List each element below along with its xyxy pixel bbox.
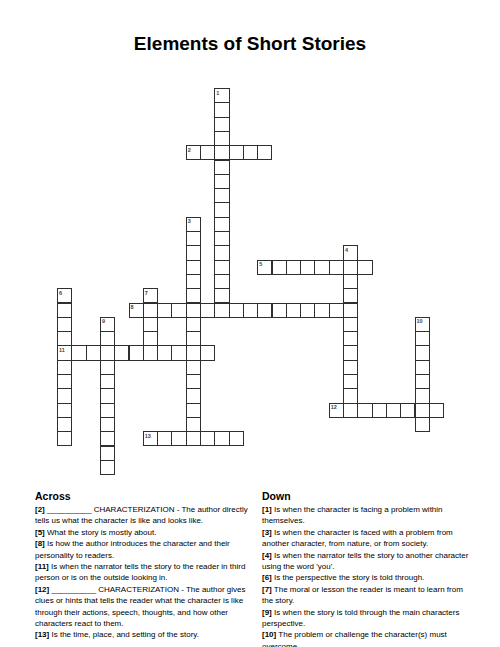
grid-cell[interactable] (257, 303, 272, 318)
clue-number-label: [9] (262, 608, 272, 617)
grid-cell[interactable]: 3 (186, 217, 201, 232)
grid-cell[interactable] (186, 388, 201, 403)
grid-cell[interactable] (386, 403, 401, 418)
down-clues: Down [1] Is when the character is facing… (262, 490, 475, 647)
grid-cell[interactable] (214, 303, 229, 318)
grid-cell[interactable] (57, 431, 72, 446)
grid-cell[interactable] (343, 388, 358, 403)
across-clues: Across [2] __________ CHARACTERIZATION -… (35, 490, 248, 647)
grid-cell[interactable] (100, 374, 115, 389)
grid-cell[interactable] (57, 388, 72, 403)
grid-cell[interactable] (129, 345, 144, 360)
grid-cell[interactable] (343, 360, 358, 375)
grid-cell[interactable] (200, 345, 215, 360)
grid-cell[interactable] (171, 431, 186, 446)
clue-number-label: [11] (35, 562, 49, 571)
grid-cell[interactable] (214, 431, 229, 446)
grid-cell[interactable]: 7 (143, 288, 158, 303)
grid-cell[interactable] (186, 374, 201, 389)
grid-cell[interactable] (57, 360, 72, 375)
grid-cell[interactable] (415, 403, 430, 418)
grid-cell[interactable]: 4 (343, 245, 358, 260)
grid-cell[interactable] (272, 260, 287, 275)
grid-cell[interactable] (100, 331, 115, 346)
grid-cell[interactable] (214, 145, 229, 160)
grid-cell[interactable] (157, 303, 172, 318)
clue-item-7: [7] The moral or lesson the reader is me… (262, 584, 475, 607)
grid-cell[interactable] (286, 303, 301, 318)
clue-item-9: [9] Is when the story is told through th… (262, 607, 475, 630)
grid-cell[interactable] (214, 188, 229, 203)
grid-cell[interactable] (200, 303, 215, 318)
grid-cell[interactable] (143, 303, 158, 318)
grid-cell[interactable] (186, 331, 201, 346)
grid-cell[interactable] (57, 303, 72, 318)
grid-cell[interactable] (186, 231, 201, 246)
grid-cell[interactable] (143, 317, 158, 332)
grid-cell[interactable] (415, 345, 430, 360)
grid-cell[interactable] (429, 403, 444, 418)
grid-cell[interactable] (329, 303, 344, 318)
grid-cell[interactable]: 6 (57, 288, 72, 303)
grid-cell[interactable] (57, 317, 72, 332)
grid-cell[interactable] (286, 260, 301, 275)
clue-item-8: [8] Is how the author introduces the cha… (35, 538, 248, 561)
clue-item-10: [10] The problem or challenge the charac… (262, 629, 475, 647)
grid-cell[interactable] (415, 331, 430, 346)
grid-cell[interactable] (57, 374, 72, 389)
grid-cell[interactable] (100, 460, 115, 475)
grid-cell[interactable] (157, 345, 172, 360)
clue-number-label: [8] (35, 539, 45, 548)
grid-cell[interactable] (186, 274, 201, 289)
grid-cell[interactable] (143, 331, 158, 346)
grid-cell[interactable] (214, 274, 229, 289)
grid-cell[interactable] (357, 403, 372, 418)
grid-cell[interactable] (314, 260, 329, 275)
puzzle-title: Elements of Short Stories (0, 33, 500, 55)
grid-cell[interactable] (343, 260, 358, 275)
grid-cell[interactable]: 12 (329, 403, 344, 418)
clues-section: Across [2] __________ CHARACTERIZATION -… (35, 490, 475, 647)
grid-cell[interactable] (272, 303, 287, 318)
grid-cell[interactable] (229, 303, 244, 318)
down-clue-list: [1] Is when the character is facing a pr… (262, 504, 475, 647)
clue-number-label: [7] (262, 585, 272, 594)
clue-number-label: [1] (262, 505, 272, 514)
crossword-grid: 12345678910111213 (57, 88, 445, 476)
grid-cell[interactable] (343, 288, 358, 303)
grid-cell[interactable] (415, 374, 430, 389)
clue-item-12: [12] __________ CHARACTERIZATION - The a… (35, 584, 248, 630)
clue-item-3: [3] Is when the character is faced with … (262, 527, 475, 550)
grid-cell[interactable] (186, 260, 201, 275)
clue-item-2: [2] __________ CHARACTERIZATION - The au… (35, 504, 248, 527)
grid-cell[interactable] (214, 245, 229, 260)
grid-cell[interactable] (357, 260, 372, 275)
clue-item-1: [1] Is when the character is facing a pr… (262, 504, 475, 527)
grid-cell[interactable] (186, 303, 201, 318)
grid-cell[interactable] (214, 231, 229, 246)
grid-cell[interactable]: 2 (186, 145, 201, 160)
grid-cell[interactable] (186, 245, 201, 260)
cell-number: 2 (188, 147, 191, 153)
grid-cell[interactable] (415, 360, 430, 375)
down-heading: Down (262, 490, 475, 502)
clue-item-11: [11] Is when the narrator tells the stor… (35, 561, 248, 584)
grid-cell[interactable] (186, 360, 201, 375)
grid-cell[interactable] (100, 360, 115, 375)
grid-cell[interactable] (214, 217, 229, 232)
grid-cell[interactable] (186, 403, 201, 418)
grid-cell[interactable] (200, 431, 215, 446)
cell-number: 8 (131, 304, 134, 310)
grid-cell[interactable] (343, 331, 358, 346)
grid-cell[interactable] (100, 431, 115, 446)
grid-cell[interactable] (114, 345, 129, 360)
grid-cell[interactable] (343, 274, 358, 289)
grid-cell[interactable] (343, 403, 358, 418)
grid-cell[interactable] (100, 403, 115, 418)
grid-cell[interactable] (71, 345, 86, 360)
grid-cell[interactable] (229, 145, 244, 160)
grid-cell[interactable] (186, 417, 201, 432)
cell-number: 4 (345, 247, 348, 253)
grid-cell[interactable] (343, 317, 358, 332)
cell-number: 5 (259, 261, 262, 267)
grid-cell[interactable] (186, 345, 201, 360)
grid-cell[interactable] (57, 403, 72, 418)
grid-cell[interactable] (57, 417, 72, 432)
grid-cell[interactable] (229, 431, 244, 446)
across-clue-list: [2] __________ CHARACTERIZATION - The au… (35, 504, 248, 641)
grid-cell[interactable] (186, 317, 201, 332)
grid-cell[interactable] (100, 388, 115, 403)
grid-cell[interactable] (243, 145, 258, 160)
grid-cell[interactable] (171, 345, 186, 360)
grid-cell[interactable] (415, 388, 430, 403)
crossword-page: Elements of Short Stories 12345678910111… (0, 0, 500, 647)
grid-cell[interactable] (214, 202, 229, 217)
grid-cell[interactable] (57, 331, 72, 346)
grid-cell[interactable] (186, 288, 201, 303)
grid-cell[interactable] (314, 303, 329, 318)
grid-cell[interactable] (171, 303, 186, 318)
grid-cell[interactable] (214, 260, 229, 275)
grid-cell[interactable]: 10 (415, 317, 430, 332)
grid-cell[interactable] (243, 303, 258, 318)
grid-cell[interactable] (100, 446, 115, 461)
clue-item-4: [4] Is when the narrator tells the story… (262, 550, 475, 573)
grid-cell[interactable]: 8 (129, 303, 144, 318)
grid-cell[interactable] (186, 431, 201, 446)
clue-number-label: [6] (262, 573, 272, 582)
cell-number: 12 (331, 404, 337, 410)
grid-cell[interactable] (300, 303, 315, 318)
grid-cell[interactable]: 9 (100, 317, 115, 332)
cell-number: 11 (59, 347, 65, 353)
clue-number-label: [10] (262, 630, 276, 639)
grid-cell[interactable] (257, 145, 272, 160)
grid-cell[interactable] (214, 102, 229, 117)
grid-cell[interactable] (300, 260, 315, 275)
grid-cell[interactable] (415, 417, 430, 432)
cell-number: 3 (188, 218, 191, 224)
clue-number-label: [2] (35, 505, 45, 514)
grid-cell[interactable] (214, 174, 229, 189)
grid-cell[interactable] (214, 288, 229, 303)
clue-number-label: [5] (35, 528, 45, 537)
grid-cell[interactable] (214, 160, 229, 175)
grid-cell[interactable] (157, 431, 172, 446)
grid-cell[interactable]: 5 (257, 260, 272, 275)
clue-number-label: [12] (35, 585, 49, 594)
cell-number: 7 (145, 290, 148, 296)
grid-cell[interactable] (329, 260, 344, 275)
grid-cell[interactable] (214, 117, 229, 132)
cell-number: 1 (216, 90, 219, 96)
grid-cell[interactable] (343, 374, 358, 389)
cell-number: 6 (59, 290, 62, 296)
grid-cell[interactable] (100, 417, 115, 432)
grid-cell[interactable] (372, 403, 387, 418)
clue-number-label: [4] (262, 551, 272, 560)
cell-number: 10 (417, 318, 423, 324)
grid-cell[interactable] (214, 131, 229, 146)
grid-cell[interactable]: 13 (143, 431, 158, 446)
clue-number-label: [13] (35, 630, 49, 639)
clue-item-6: [6] Is the perspective the story is told… (262, 572, 475, 583)
across-heading: Across (35, 490, 248, 502)
grid-cell[interactable] (343, 345, 358, 360)
clue-item-5: [5] What the story is mostly about. (35, 527, 248, 538)
grid-cell[interactable]: 11 (57, 345, 72, 360)
cell-number: 9 (102, 318, 105, 324)
cell-number: 13 (145, 433, 151, 439)
grid-cell[interactable] (143, 345, 158, 360)
clue-item-13: [13] Is the time, place, and setting of … (35, 629, 248, 640)
grid-cell[interactable] (200, 145, 215, 160)
grid-cell[interactable] (100, 345, 115, 360)
grid-cell[interactable]: 1 (214, 88, 229, 103)
grid-cell[interactable] (400, 403, 415, 418)
grid-cell[interactable] (343, 303, 358, 318)
clue-number-label: [3] (262, 528, 272, 537)
grid-cell[interactable] (86, 345, 101, 360)
